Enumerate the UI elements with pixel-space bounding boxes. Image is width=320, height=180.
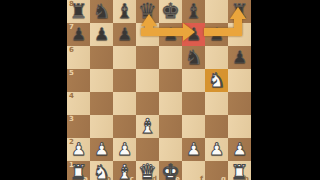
file-label-b: b — [106, 175, 111, 180]
rank-label-3: 3 — [69, 115, 74, 123]
square-c3[interactable] — [113, 115, 136, 138]
piece-black-pawn-b7[interactable]: ♟ — [94, 23, 109, 46]
square-a8[interactable]: ♜8 — [67, 0, 90, 23]
square-h1[interactable]: ♜h — [228, 161, 251, 180]
square-h2[interactable]: ♟ — [228, 138, 251, 161]
square-a7[interactable]: ♟7 — [67, 23, 90, 46]
square-b4[interactable] — [90, 92, 113, 115]
piece-black-pawn-f7[interactable]: ♟ — [186, 23, 201, 46]
rank-label-1: 1 — [69, 161, 74, 169]
square-a2[interactable]: ♟2 — [67, 138, 90, 161]
square-b3[interactable] — [90, 115, 113, 138]
square-h4[interactable] — [228, 92, 251, 115]
rank-label-6: 6 — [69, 46, 74, 54]
piece-white-pawn-h2[interactable]: ♟ — [232, 138, 247, 161]
square-f8[interactable]: ♝ — [182, 0, 205, 23]
square-f1[interactable]: f — [182, 161, 205, 180]
square-g3[interactable] — [205, 115, 228, 138]
file-label-e: e — [175, 175, 180, 180]
rank-label-2: 2 — [69, 138, 74, 146]
square-a5[interactable]: 5 — [67, 69, 90, 92]
rank-label-8: 8 — [69, 0, 74, 8]
square-h5[interactable] — [228, 69, 251, 92]
square-a3[interactable]: 3 — [67, 115, 90, 138]
square-g8[interactable] — [205, 0, 228, 23]
piece-black-knight-f6[interactable]: ♞ — [185, 46, 203, 69]
file-label-f: f — [200, 175, 203, 180]
square-f2[interactable]: ♟ — [182, 138, 205, 161]
square-f5[interactable] — [182, 69, 205, 92]
square-e7[interactable]: ♟ — [159, 23, 182, 46]
chess-board[interactable]: ♜8♞♝♛♚♝♜♟7♟♟♟♟♟6♞♟5♞43♝♟2♟♟♟♟♟♜1a♞b♝c♛d♚… — [67, 0, 251, 180]
square-h7[interactable] — [228, 23, 251, 46]
square-e2[interactable] — [159, 138, 182, 161]
square-h3[interactable] — [228, 115, 251, 138]
square-a4[interactable]: 4 — [67, 92, 90, 115]
square-e8[interactable]: ♚ — [159, 0, 182, 23]
piece-black-king-e8[interactable]: ♚ — [161, 0, 180, 23]
square-f6[interactable]: ♞ — [182, 46, 205, 69]
square-g7[interactable]: ♟ — [205, 23, 228, 46]
piece-white-pawn-c2[interactable]: ♟ — [117, 138, 132, 161]
square-c1[interactable]: ♝c — [113, 161, 136, 180]
square-c5[interactable] — [113, 69, 136, 92]
square-g5[interactable]: ♞ — [205, 69, 228, 92]
piece-black-bishop-c8[interactable]: ♝ — [116, 0, 134, 23]
square-d8[interactable]: ♛ — [136, 0, 159, 23]
piece-white-pawn-f2[interactable]: ♟ — [186, 138, 201, 161]
square-b7[interactable]: ♟ — [90, 23, 113, 46]
square-a1[interactable]: ♜1a — [67, 161, 90, 180]
square-f3[interactable] — [182, 115, 205, 138]
square-a6[interactable]: 6 — [67, 46, 90, 69]
square-c6[interactable] — [113, 46, 136, 69]
square-c8[interactable]: ♝ — [113, 0, 136, 23]
rank-label-4: 4 — [69, 92, 74, 100]
square-e6[interactable] — [159, 46, 182, 69]
square-f4[interactable] — [182, 92, 205, 115]
piece-white-knight-g5[interactable]: ♞ — [208, 69, 226, 92]
square-b8[interactable]: ♞ — [90, 0, 113, 23]
square-g2[interactable]: ♟ — [205, 138, 228, 161]
square-e3[interactable] — [159, 115, 182, 138]
square-g4[interactable] — [205, 92, 228, 115]
square-c7[interactable]: ♟ — [113, 23, 136, 46]
square-h8[interactable]: ♜ — [228, 0, 251, 23]
square-b5[interactable] — [90, 69, 113, 92]
square-d5[interactable] — [136, 69, 159, 92]
piece-white-pawn-b2[interactable]: ♟ — [94, 138, 109, 161]
piece-black-pawn-c7[interactable]: ♟ — [117, 23, 132, 46]
piece-black-rook-h8[interactable]: ♜ — [231, 0, 249, 23]
piece-black-bishop-f8[interactable]: ♝ — [185, 0, 203, 23]
square-c4[interactable] — [113, 92, 136, 115]
square-h6[interactable]: ♟ — [228, 46, 251, 69]
file-label-d: d — [152, 175, 157, 180]
rank-label-5: 5 — [69, 69, 74, 77]
piece-black-pawn-e7[interactable]: ♟ — [163, 23, 178, 46]
square-e5[interactable] — [159, 69, 182, 92]
square-d3[interactable]: ♝ — [136, 115, 159, 138]
piece-black-pawn-g7[interactable]: ♟ — [209, 23, 224, 46]
piece-white-bishop-d3[interactable]: ♝ — [139, 115, 157, 138]
piece-black-knight-b8[interactable]: ♞ — [93, 0, 111, 23]
square-g6[interactable] — [205, 46, 228, 69]
square-d2[interactable] — [136, 138, 159, 161]
square-b6[interactable] — [90, 46, 113, 69]
piece-black-pawn-h6[interactable]: ♟ — [232, 46, 247, 69]
file-label-a: a — [83, 175, 88, 180]
square-e4[interactable] — [159, 92, 182, 115]
piece-white-pawn-g2[interactable]: ♟ — [209, 138, 224, 161]
video-frame: ♜8♞♝♛♚♝♜♟7♟♟♟♟♟6♞♟5♞43♝♟2♟♟♟♟♟♜1a♞b♝c♛d♚… — [0, 0, 320, 180]
file-label-c: c — [130, 175, 134, 180]
square-d4[interactable] — [136, 92, 159, 115]
rank-label-7: 7 — [69, 23, 74, 31]
square-f7[interactable]: ♟ — [182, 23, 205, 46]
square-e1[interactable]: ♚e — [159, 161, 182, 180]
square-d6[interactable] — [136, 46, 159, 69]
square-b2[interactable]: ♟ — [90, 138, 113, 161]
square-d7[interactable] — [136, 23, 159, 46]
square-c2[interactable]: ♟ — [113, 138, 136, 161]
file-label-h: h — [244, 175, 249, 180]
piece-black-queen-d8[interactable]: ♛ — [138, 0, 157, 23]
square-d1[interactable]: ♛d — [136, 161, 159, 180]
file-label-g: g — [221, 175, 226, 180]
square-b1[interactable]: ♞b — [90, 161, 113, 180]
square-g1[interactable]: g — [205, 161, 228, 180]
